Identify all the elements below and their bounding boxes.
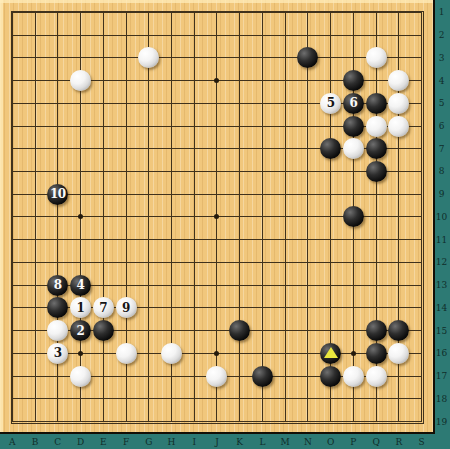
board-frame-border-bottom <box>0 432 435 434</box>
white-stone-f14: 9 <box>116 297 137 318</box>
column-label-h: H <box>162 437 180 447</box>
row-label-10: 10 <box>434 212 449 222</box>
row-label-1: 1 <box>434 7 449 17</box>
black-stone-e15 <box>93 320 114 341</box>
row-label-14: 14 <box>434 303 449 313</box>
black-stone-q8 <box>366 161 387 182</box>
column-label-g: G <box>140 437 158 447</box>
column-label-l: L <box>253 437 271 447</box>
go-board[interactable]: 61084251793 <box>0 0 433 432</box>
white-stone-c16: 3 <box>47 343 68 364</box>
move-number-label: 2 <box>70 320 91 341</box>
column-label-j: J <box>208 437 226 447</box>
black-stone-c13: 8 <box>47 275 68 296</box>
star-point-p16 <box>351 351 356 356</box>
white-stone-f16 <box>116 343 137 364</box>
row-label-16: 16 <box>434 348 449 358</box>
column-label-q: Q <box>367 437 385 447</box>
board-edge-highlight-top <box>0 0 433 3</box>
move-number-label: 6 <box>343 93 364 114</box>
move-number-label: 1 <box>70 297 91 318</box>
column-label-b: B <box>26 437 44 447</box>
go-board-diagram: 61084251793 ABCDEFGHIJKLMNOPQRS123456789… <box>0 0 450 449</box>
column-label-r: R <box>390 437 408 447</box>
black-stone-p4 <box>343 70 364 91</box>
row-label-2: 2 <box>434 30 449 40</box>
move-number-label: 10 <box>47 184 68 205</box>
black-stone-p6 <box>343 116 364 137</box>
black-stone-d13: 4 <box>70 275 91 296</box>
row-label-12: 12 <box>434 257 449 267</box>
white-stone-o5: 5 <box>320 93 341 114</box>
column-label-o: O <box>322 437 340 447</box>
column-label-e: E <box>94 437 112 447</box>
black-stone-q7 <box>366 138 387 159</box>
white-stone-q6 <box>366 116 387 137</box>
move-number-label: 9 <box>116 297 137 318</box>
white-stone-h16 <box>161 343 182 364</box>
column-label-n: N <box>299 437 317 447</box>
column-label-f: F <box>117 437 135 447</box>
row-label-13: 13 <box>434 280 449 290</box>
row-label-3: 3 <box>434 53 449 63</box>
white-stone-j17 <box>206 366 227 387</box>
white-stone-d17 <box>70 366 91 387</box>
board-edge-highlight-left <box>0 0 3 432</box>
white-stone-q3 <box>366 47 387 68</box>
row-label-17: 17 <box>434 371 449 381</box>
column-label-i: I <box>185 437 203 447</box>
row-label-7: 7 <box>434 144 449 154</box>
white-stone-e14: 7 <box>93 297 114 318</box>
row-label-18: 18 <box>434 394 449 404</box>
black-stone-q5 <box>366 93 387 114</box>
row-label-6: 6 <box>434 121 449 131</box>
column-label-k: K <box>231 437 249 447</box>
column-label-d: D <box>72 437 90 447</box>
white-stone-r6 <box>388 116 409 137</box>
column-label-m: M <box>276 437 294 447</box>
move-number-label: 8 <box>47 275 68 296</box>
triangle-mark-o16 <box>324 347 338 358</box>
column-label-s: S <box>413 437 431 447</box>
white-stone-p17 <box>343 366 364 387</box>
white-stone-p7 <box>343 138 364 159</box>
move-number-label: 7 <box>93 297 114 318</box>
move-number-label: 3 <box>47 343 68 364</box>
row-label-9: 9 <box>434 189 449 199</box>
row-label-8: 8 <box>434 166 449 176</box>
white-stone-d4 <box>70 70 91 91</box>
row-label-15: 15 <box>434 326 449 336</box>
row-label-19: 19 <box>434 417 449 427</box>
black-stone-q15 <box>366 320 387 341</box>
move-number-label: 5 <box>320 93 341 114</box>
black-stone-l17 <box>252 366 273 387</box>
white-stone-d14: 1 <box>70 297 91 318</box>
row-label-4: 4 <box>434 76 449 86</box>
column-label-c: C <box>49 437 67 447</box>
black-stone-d15: 2 <box>70 320 91 341</box>
star-point-d16 <box>78 351 83 356</box>
column-label-a: A <box>3 437 21 447</box>
black-stone-c9: 10 <box>47 184 68 205</box>
black-stone-p5: 6 <box>343 93 364 114</box>
white-stone-r5 <box>388 93 409 114</box>
row-label-11: 11 <box>434 235 449 245</box>
black-stone-q16 <box>366 343 387 364</box>
white-stone-q17 <box>366 366 387 387</box>
move-number-label: 4 <box>70 275 91 296</box>
column-label-p: P <box>344 437 362 447</box>
row-label-5: 5 <box>434 98 449 108</box>
black-stone-o17 <box>320 366 341 387</box>
